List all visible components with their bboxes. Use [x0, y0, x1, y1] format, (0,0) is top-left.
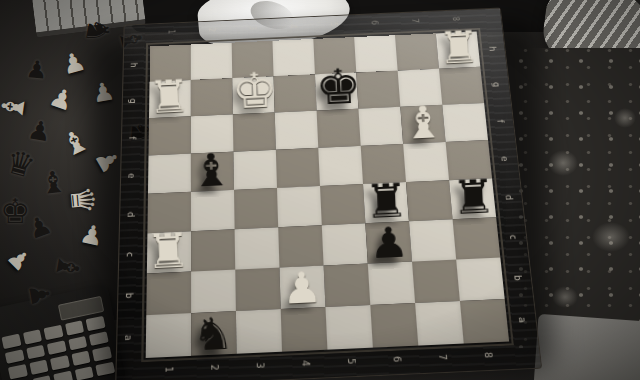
square-r0c3[interactable]: [272, 39, 314, 76]
coordinate-label: 3: [247, 26, 256, 31]
square-r2c0[interactable]: [149, 116, 191, 155]
square-r1c4[interactable]: ♚: [315, 72, 359, 110]
square-r4c1[interactable]: [191, 190, 235, 231]
piece-white-rook[interactable]: ♜: [437, 24, 480, 70]
square-r6c3[interactable]: ♟: [279, 266, 325, 309]
spare-piece-black-pawn[interactable]: ♟: [25, 57, 49, 83]
calculator-key[interactable]: [8, 364, 28, 379]
calculator-keypad[interactable]: [1, 316, 115, 380]
calculator-key[interactable]: [68, 335, 88, 350]
spare-piece-black-pawn[interactable]: ♟: [25, 281, 55, 308]
spare-piece-black-pawn[interactable]: ♟: [26, 116, 53, 146]
square-r0c6[interactable]: [395, 33, 439, 70]
carpet-light-spot: [552, 286, 578, 308]
piece-white-rook[interactable]: ♜: [145, 226, 191, 275]
calculator-key[interactable]: [47, 340, 67, 355]
square-r3c2[interactable]: [233, 150, 277, 190]
piece-white-king[interactable]: ♚: [231, 66, 275, 116]
square-r7c6[interactable]: [415, 301, 464, 346]
calculator-key[interactable]: [1, 334, 21, 349]
square-r3c1[interactable]: ♝: [191, 152, 234, 192]
carpet-light-spot: [548, 150, 578, 176]
spare-piece-black-bishop[interactable]: ♝: [50, 251, 84, 283]
coordinate-label: 5: [328, 22, 337, 27]
spare-piece-white-bishop[interactable]: ♝: [0, 92, 30, 123]
calculator-key[interactable]: [5, 349, 25, 364]
square-r7c2[interactable]: [236, 309, 282, 354]
square-r4c4[interactable]: [320, 184, 365, 225]
coordinate-label: 1: [166, 29, 175, 34]
calculator-key[interactable]: [44, 325, 64, 340]
piece-black-knight[interactable]: ♞: [189, 311, 236, 358]
square-r0c1[interactable]: [191, 43, 232, 80]
calculator-key[interactable]: [23, 329, 43, 344]
piece-black-pawn[interactable]: ♟: [366, 221, 412, 265]
square-r5c5[interactable]: ♟: [365, 221, 412, 263]
square-r4c3[interactable]: [277, 186, 322, 227]
coordinate-label: 7: [410, 18, 419, 23]
square-r3c6[interactable]: [403, 142, 449, 182]
square-r5c0[interactable]: ♜: [147, 231, 191, 273]
square-r4c6[interactable]: [406, 180, 453, 221]
calculator-key[interactable]: [50, 355, 70, 370]
square-r7c7[interactable]: [460, 299, 509, 344]
piece-white-pawn[interactable]: ♟: [279, 266, 326, 311]
piece-black-king[interactable]: ♚: [314, 62, 358, 112]
calculator-key[interactable]: [26, 344, 46, 359]
carpet-light-spot: [614, 108, 636, 128]
coordinate-label: h: [487, 46, 498, 51]
coordinate-label: 2: [207, 28, 216, 33]
square-r7c0[interactable]: [146, 313, 191, 358]
calculator-key[interactable]: [53, 370, 73, 380]
board-grid: ♜♜♚♚♝♝♜♜♜♟♟♞: [146, 32, 509, 358]
square-r7c1[interactable]: ♞: [191, 311, 236, 356]
piece-white-rook[interactable]: ♜: [147, 73, 191, 120]
square-r6c0[interactable]: [146, 272, 191, 316]
square-r2c6[interactable]: ♝: [400, 105, 445, 144]
coordinate-label: 6: [369, 20, 378, 25]
coordinate-label: 4: [288, 24, 297, 29]
chessboard: ♜♜♚♚♝♝♜♜♜♟♟♞ 1122334455667788aabbccddeef…: [116, 8, 541, 380]
calculator-key[interactable]: [65, 320, 85, 335]
square-r7c5[interactable]: [370, 303, 418, 348]
square-r4c7[interactable]: ♜: [449, 178, 496, 219]
carpet-light-spot: [592, 222, 630, 252]
square-r5c7[interactable]: [453, 217, 501, 259]
square-r4c2[interactable]: [234, 188, 278, 229]
square-r0c7[interactable]: ♜: [436, 32, 481, 69]
piece-black-rook[interactable]: ♜: [450, 173, 496, 222]
square-r1c2[interactable]: ♚: [232, 76, 274, 114]
square-r3c0[interactable]: [148, 154, 191, 194]
piece-white-bishop[interactable]: ♝: [401, 100, 446, 146]
calculator-key[interactable]: [74, 366, 94, 380]
coordinate-label: h: [129, 62, 139, 67]
square-r7c3[interactable]: [281, 307, 328, 352]
square-r1c5[interactable]: [356, 71, 400, 109]
calculator-key[interactable]: [29, 360, 49, 375]
square-r5c4[interactable]: [322, 223, 368, 265]
calculator-key[interactable]: [71, 351, 91, 366]
square-r1c0[interactable]: ♜: [149, 80, 191, 118]
piece-black-bishop[interactable]: ♝: [189, 147, 234, 194]
square-r7c4[interactable]: [325, 305, 372, 350]
photo-scene: ♞♝♟♟♝♟♟♞♟♝♛♟♝♚♛♟♟♟♝♟ ♜♜♚♚♝♝♜♜♜♟♟♞ 112233…: [0, 0, 640, 380]
calculator-key[interactable]: [32, 375, 52, 380]
